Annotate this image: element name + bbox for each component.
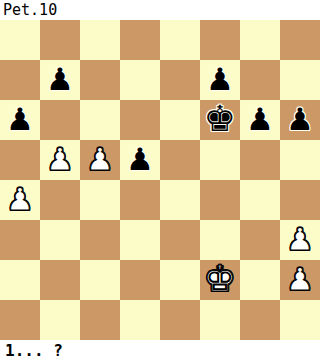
square-b2[interactable]: [40, 260, 80, 300]
square-a5[interactable]: [0, 140, 40, 180]
diagram-title: Pet.10: [0, 0, 320, 20]
square-h8[interactable]: [280, 20, 320, 60]
square-h5[interactable]: [280, 140, 320, 180]
square-f5[interactable]: [200, 140, 240, 180]
piece-black-pawn: ♟: [286, 104, 314, 135]
square-e7[interactable]: [160, 60, 200, 100]
square-e5[interactable]: [160, 140, 200, 180]
piece-white-pawn: ♟: [46, 144, 74, 175]
square-a8[interactable]: [0, 20, 40, 60]
square-f1[interactable]: [200, 300, 240, 340]
square-e6[interactable]: [160, 100, 200, 140]
piece-black-pawn: ♟: [126, 144, 154, 175]
square-f3[interactable]: [200, 220, 240, 260]
square-c6[interactable]: [80, 100, 120, 140]
square-f7[interactable]: ♟: [200, 60, 240, 100]
square-d5[interactable]: ♟: [120, 140, 160, 180]
square-g7[interactable]: [240, 60, 280, 100]
piece-white-pawn: ♟: [286, 224, 314, 255]
square-c1[interactable]: [80, 300, 120, 340]
chess-diagram-page: Pet.10 ♟♟♟♚♟♟♟♟♟♟♟♚♟ 1... ?: [0, 0, 320, 360]
square-a6[interactable]: ♟: [0, 100, 40, 140]
piece-white-king: ♚: [204, 261, 236, 297]
piece-black-pawn: ♟: [206, 64, 234, 95]
square-b8[interactable]: [40, 20, 80, 60]
square-g1[interactable]: [240, 300, 280, 340]
square-d2[interactable]: [120, 260, 160, 300]
square-g6[interactable]: ♟: [240, 100, 280, 140]
square-c8[interactable]: [80, 20, 120, 60]
square-a3[interactable]: [0, 220, 40, 260]
square-a2[interactable]: [0, 260, 40, 300]
square-b6[interactable]: [40, 100, 80, 140]
square-g2[interactable]: [240, 260, 280, 300]
square-f8[interactable]: [200, 20, 240, 60]
square-g8[interactable]: [240, 20, 280, 60]
square-b3[interactable]: [40, 220, 80, 260]
square-e3[interactable]: [160, 220, 200, 260]
piece-black-pawn: ♟: [6, 104, 34, 135]
square-h3[interactable]: ♟: [280, 220, 320, 260]
piece-white-pawn: ♟: [6, 184, 34, 215]
piece-black-pawn: ♟: [46, 64, 74, 95]
piece-black-pawn: ♟: [246, 104, 274, 135]
square-b1[interactable]: [40, 300, 80, 340]
square-g3[interactable]: [240, 220, 280, 260]
piece-black-king: ♚: [204, 101, 236, 137]
chess-board: ♟♟♟♚♟♟♟♟♟♟♟♚♟: [0, 20, 320, 340]
square-h2[interactable]: ♟: [280, 260, 320, 300]
square-c7[interactable]: [80, 60, 120, 100]
square-h7[interactable]: [280, 60, 320, 100]
square-a1[interactable]: [0, 300, 40, 340]
square-f6[interactable]: ♚: [200, 100, 240, 140]
square-e8[interactable]: [160, 20, 200, 60]
square-f2[interactable]: ♚: [200, 260, 240, 300]
square-c5[interactable]: ♟: [80, 140, 120, 180]
move-prompt: 1... ?: [0, 340, 320, 360]
square-d1[interactable]: [120, 300, 160, 340]
square-b4[interactable]: [40, 180, 80, 220]
square-c4[interactable]: [80, 180, 120, 220]
square-b5[interactable]: ♟: [40, 140, 80, 180]
square-g5[interactable]: [240, 140, 280, 180]
square-g4[interactable]: [240, 180, 280, 220]
piece-white-pawn: ♟: [286, 264, 314, 295]
square-h1[interactable]: [280, 300, 320, 340]
square-e1[interactable]: [160, 300, 200, 340]
square-f4[interactable]: [200, 180, 240, 220]
square-c3[interactable]: [80, 220, 120, 260]
square-a7[interactable]: [0, 60, 40, 100]
square-d8[interactable]: [120, 20, 160, 60]
piece-white-pawn: ♟: [86, 144, 114, 175]
square-d3[interactable]: [120, 220, 160, 260]
square-b7[interactable]: ♟: [40, 60, 80, 100]
square-c2[interactable]: [80, 260, 120, 300]
square-d7[interactable]: [120, 60, 160, 100]
square-d4[interactable]: [120, 180, 160, 220]
square-a4[interactable]: ♟: [0, 180, 40, 220]
square-h6[interactable]: ♟: [280, 100, 320, 140]
square-e4[interactable]: [160, 180, 200, 220]
square-e2[interactable]: [160, 260, 200, 300]
square-h4[interactable]: [280, 180, 320, 220]
square-d6[interactable]: [120, 100, 160, 140]
